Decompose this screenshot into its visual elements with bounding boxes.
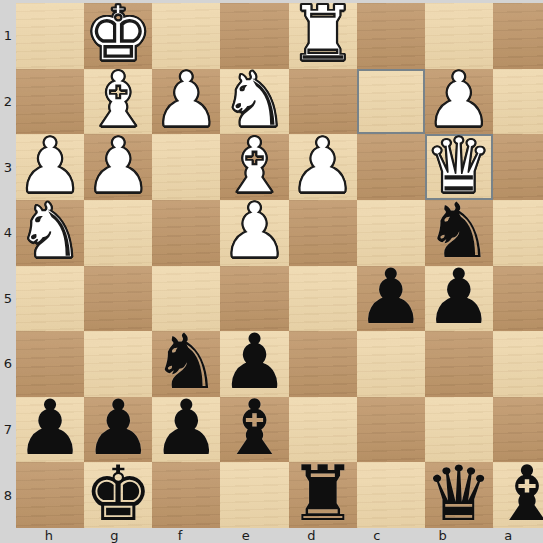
square-h1[interactable]	[16, 3, 84, 69]
square-f2[interactable]: ♟	[152, 69, 220, 135]
chess-app-window: 12345678 ♚♜♝♟♞♟♟♟♝♟♛♞♟♞♟♟♞♟♟♟♟♝♚♜♛♝ hgfe…	[0, 0, 543, 543]
square-b6[interactable]	[425, 331, 493, 397]
square-a1[interactable]	[493, 3, 543, 69]
file-label-e: e	[213, 527, 279, 543]
black-pawn[interactable]: ♟	[425, 264, 493, 329]
white-pawn[interactable]: ♟	[289, 133, 357, 198]
rank-labels: 12345678	[0, 3, 16, 528]
square-c3[interactable]	[357, 134, 425, 200]
square-a4[interactable]	[493, 200, 543, 266]
chess-board[interactable]: ♚♜♝♟♞♟♟♟♝♟♛♞♟♞♟♟♞♟♟♟♟♝♚♜♛♝	[16, 3, 541, 528]
square-d8[interactable]: ♜	[289, 462, 357, 528]
file-labels: hgfedcba	[16, 527, 541, 543]
square-a2[interactable]	[493, 69, 543, 135]
square-a8[interactable]: ♝	[493, 462, 543, 528]
square-d3[interactable]: ♟	[289, 134, 357, 200]
rank-label-4: 4	[0, 200, 16, 266]
square-e7[interactable]: ♝	[220, 397, 288, 463]
square-h4[interactable]: ♞	[16, 200, 84, 266]
square-c7[interactable]	[357, 397, 425, 463]
white-pawn[interactable]: ♟	[152, 67, 220, 132]
black-pawn[interactable]: ♟	[357, 264, 425, 329]
black-pawn[interactable]: ♟	[16, 395, 84, 460]
rank-label-7: 7	[0, 397, 16, 463]
rank-label-5: 5	[0, 266, 16, 332]
square-h5[interactable]	[16, 266, 84, 332]
square-g3[interactable]: ♟	[84, 134, 152, 200]
rank-label-6: 6	[0, 331, 16, 397]
square-f8[interactable]	[152, 462, 220, 528]
square-e8[interactable]	[220, 462, 288, 528]
square-h8[interactable]	[16, 462, 84, 528]
square-c1[interactable]	[357, 3, 425, 69]
square-e4[interactable]: ♟	[220, 200, 288, 266]
white-knight[interactable]: ♞	[16, 198, 84, 263]
square-c5[interactable]: ♟	[357, 266, 425, 332]
file-label-b: b	[410, 527, 476, 543]
square-a6[interactable]	[493, 331, 543, 397]
file-label-h: h	[16, 527, 82, 543]
square-b5[interactable]: ♟	[425, 266, 493, 332]
black-queen[interactable]: ♛	[425, 461, 493, 526]
square-h7[interactable]: ♟	[16, 397, 84, 463]
rank-label-1: 1	[0, 3, 16, 69]
square-d1[interactable]: ♜	[289, 3, 357, 69]
square-c6[interactable]	[357, 331, 425, 397]
white-rook[interactable]: ♜	[289, 1, 357, 66]
square-f4[interactable]	[152, 200, 220, 266]
file-label-a: a	[475, 527, 541, 543]
square-d5[interactable]	[289, 266, 357, 332]
square-g4[interactable]	[84, 200, 152, 266]
file-label-c: c	[344, 527, 410, 543]
square-d4[interactable]	[289, 200, 357, 266]
square-c8[interactable]	[357, 462, 425, 528]
black-rook[interactable]: ♜	[289, 461, 357, 526]
file-label-g: g	[82, 527, 148, 543]
rank-label-2: 2	[0, 69, 16, 135]
black-bishop[interactable]: ♝	[220, 395, 288, 460]
square-g8[interactable]: ♚	[84, 462, 152, 528]
black-king[interactable]: ♚	[84, 461, 152, 526]
square-a3[interactable]	[493, 134, 543, 200]
square-b8[interactable]: ♛	[425, 462, 493, 528]
rank-label-3: 3	[0, 134, 16, 200]
white-pawn[interactable]: ♟	[84, 133, 152, 198]
file-label-d: d	[279, 527, 345, 543]
square-g5[interactable]	[84, 266, 152, 332]
white-pawn[interactable]: ♟	[220, 198, 288, 263]
rank-label-8: 8	[0, 462, 16, 528]
black-bishop[interactable]: ♝	[493, 461, 543, 526]
square-a5[interactable]	[493, 266, 543, 332]
square-f7[interactable]: ♟	[152, 397, 220, 463]
square-c2[interactable]	[357, 69, 425, 135]
square-d6[interactable]	[289, 331, 357, 397]
file-label-f: f	[147, 527, 213, 543]
black-pawn[interactable]: ♟	[152, 395, 220, 460]
square-f3[interactable]	[152, 134, 220, 200]
